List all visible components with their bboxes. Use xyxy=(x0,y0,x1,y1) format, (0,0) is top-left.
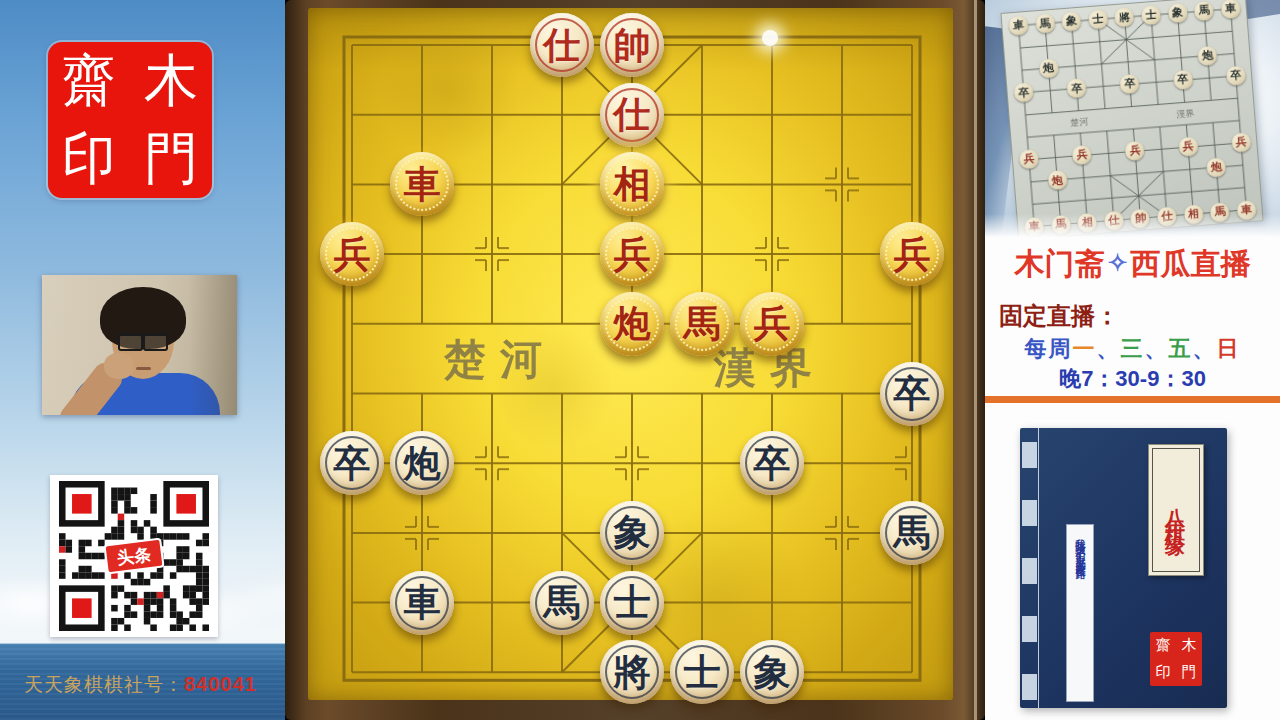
book-title: 八年棋缘 xyxy=(1163,492,1190,528)
schedule-day: 、 xyxy=(1145,335,1169,361)
xiangqi-board[interactable]: 楚河 漢界 仕帥仕相車兵兵兵炮馬兵卒卒炮卒象馬車馬士將士象 xyxy=(308,8,953,700)
cursor-glow[interactable] xyxy=(762,30,778,46)
schedule-day: 日 xyxy=(1217,335,1241,361)
channel-headline: 木门斋✧西瓜直播 xyxy=(985,244,1280,285)
stream-layout: 齋 木 印 門 头条 天天象棋棋社号：840041 楚河 漢界 仕帥仕相 xyxy=(0,0,1280,720)
sidebar-left: 齋 木 印 門 头条 天天象棋棋社号：840041 xyxy=(0,0,285,720)
schedule-time: 晚7：30-9：30 xyxy=(985,364,1280,394)
book-cover: 八年棋缘 我陪孩子们走过的象棋路 齋 木 印 門 xyxy=(1020,428,1227,708)
svg-text:漢界: 漢界 xyxy=(1176,108,1195,119)
board-photo: 楚河漢界 車馬象士將士象馬車炮炮卒卒卒卒卒兵兵兵兵兵炮炮車馬相仕帥仕相馬車 xyxy=(985,0,1280,240)
piece-red-仕[interactable]: 仕 xyxy=(600,83,664,147)
photo-mini-board: 楚河漢界 車馬象士將士象馬車炮炮卒卒卒卒卒兵兵兵兵兵炮炮車馬相仕帥仕相馬車 xyxy=(1000,0,1263,240)
schedule-day: 五 xyxy=(1169,335,1193,361)
schedule-title: 固定直播： xyxy=(999,300,1119,332)
schedule-day: 每周 xyxy=(1025,335,1073,361)
book-subtitle: 我陪孩子们走过的象棋路 xyxy=(1073,531,1087,564)
book-seal-char: 齋 xyxy=(1150,632,1176,659)
seal-char-top-left: 齋 xyxy=(48,40,130,122)
piece-black-將[interactable]: 將 xyxy=(600,640,664,704)
book-stitch xyxy=(1022,442,1037,468)
piece-black-炮[interactable]: 炮 xyxy=(390,431,454,495)
piece-red-馬[interactable]: 馬 xyxy=(670,292,734,356)
book-seal: 齋 木 印 門 xyxy=(1150,632,1202,686)
piece-red-仕[interactable]: 仕 xyxy=(530,13,594,77)
studio-seal: 齋 木 印 門 xyxy=(48,42,212,198)
webcam-vignette xyxy=(42,275,237,415)
xiangqi-board-frame: 楚河 漢界 仕帥仕相車兵兵兵炮馬兵卒卒炮卒象馬車馬士將士象 xyxy=(285,0,985,720)
webcam-video xyxy=(42,275,237,415)
piece-red-兵[interactable]: 兵 xyxy=(320,222,384,286)
schedule-days: 每周一、三、五、日 xyxy=(985,334,1280,364)
book-seal-char: 木 xyxy=(1176,632,1202,659)
headline-studio-name: 木门斋 xyxy=(1014,246,1104,281)
seal-char-bottom-left: 印 xyxy=(48,118,130,200)
piece-red-帥[interactable]: 帥 xyxy=(600,13,664,77)
piece-black-象[interactable]: 象 xyxy=(600,501,664,565)
photo-fade xyxy=(985,214,1280,240)
sparkle-icon: ✧ xyxy=(1104,249,1130,276)
piece-black-馬[interactable]: 馬 xyxy=(530,571,594,635)
piece-black-士[interactable]: 士 xyxy=(600,571,664,635)
piece-red-兵[interactable]: 兵 xyxy=(880,222,944,286)
schedule-day: 、 xyxy=(1193,335,1217,361)
schedule-day: 一 xyxy=(1073,335,1097,361)
piece-black-象[interactable]: 象 xyxy=(740,640,804,704)
book-stitch xyxy=(1022,616,1037,642)
book-stitch xyxy=(1022,674,1037,700)
club-id-number: 840041 xyxy=(184,673,257,695)
piece-red-炮[interactable]: 炮 xyxy=(600,292,664,356)
piece-red-兵[interactable]: 兵 xyxy=(740,292,804,356)
sidebar-right: 楚河漢界 車馬象士將士象馬車炮炮卒卒卒卒卒兵兵兵兵兵炮炮車馬相仕帥仕相馬車 木门… xyxy=(985,0,1280,720)
headline-platform: 西瓜直播 xyxy=(1131,246,1251,281)
svg-text:楚河: 楚河 xyxy=(1070,116,1089,127)
book-stitch xyxy=(1022,558,1037,584)
book-seal-char: 印 xyxy=(1150,659,1176,686)
book-binding-line xyxy=(1038,428,1039,708)
piece-red-兵[interactable]: 兵 xyxy=(600,222,664,286)
piece-black-士[interactable]: 士 xyxy=(670,640,734,704)
club-id-label: 天天象棋棋社号： xyxy=(24,673,184,695)
piece-black-卒[interactable]: 卒 xyxy=(740,431,804,495)
orange-divider xyxy=(985,396,1280,403)
book-stitch xyxy=(1022,500,1037,526)
piece-black-馬[interactable]: 馬 xyxy=(880,501,944,565)
book-seal-char: 門 xyxy=(1176,659,1202,686)
club-id-text: 天天象棋棋社号：840041 xyxy=(24,672,280,698)
piece-red-相[interactable]: 相 xyxy=(600,152,664,216)
qr-pattern: 头条 xyxy=(50,475,218,637)
piece-black-車[interactable]: 車 xyxy=(390,571,454,635)
qr-code: 头条 xyxy=(50,475,218,637)
schedule-day: 、 xyxy=(1097,335,1121,361)
seal-char-top-right: 木 xyxy=(130,40,212,122)
seal-char-bottom-right: 門 xyxy=(130,118,212,200)
schedule-day: 三 xyxy=(1121,335,1145,361)
book-subtitle-label: 我陪孩子们走过的象棋路 xyxy=(1066,524,1094,702)
book-title-label: 八年棋缘 xyxy=(1148,444,1204,576)
piece-black-卒[interactable]: 卒 xyxy=(880,362,944,426)
piece-red-車[interactable]: 車 xyxy=(390,152,454,216)
river-label-left: 楚河 xyxy=(444,332,556,388)
piece-black-卒[interactable]: 卒 xyxy=(320,431,384,495)
